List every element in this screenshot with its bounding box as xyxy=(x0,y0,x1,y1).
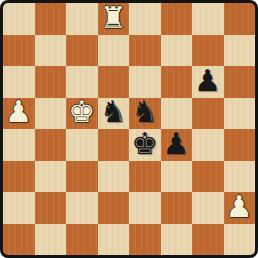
square-c8[interactable] xyxy=(66,3,98,35)
square-b6[interactable] xyxy=(35,66,67,98)
square-e2[interactable] xyxy=(129,192,161,224)
square-h3[interactable] xyxy=(224,161,256,193)
square-g5[interactable] xyxy=(192,98,224,130)
square-e3[interactable] xyxy=(129,161,161,193)
square-e6[interactable] xyxy=(129,66,161,98)
square-f2[interactable] xyxy=(161,192,193,224)
white-pawn[interactable]: ♟ xyxy=(226,192,253,222)
square-b8[interactable] xyxy=(35,3,67,35)
square-c1[interactable] xyxy=(66,224,98,256)
square-a3[interactable] xyxy=(3,161,35,193)
square-f1[interactable] xyxy=(161,224,193,256)
square-a6[interactable] xyxy=(3,66,35,98)
white-pawn[interactable]: ♟ xyxy=(5,97,32,127)
square-d2[interactable] xyxy=(98,192,130,224)
square-b2[interactable] xyxy=(35,192,67,224)
square-a8[interactable] xyxy=(3,3,35,35)
square-c3[interactable] xyxy=(66,161,98,193)
square-g3[interactable] xyxy=(192,161,224,193)
square-d6[interactable] xyxy=(98,66,130,98)
square-h2[interactable]: ♟ xyxy=(224,192,256,224)
square-f5[interactable] xyxy=(161,98,193,130)
square-d1[interactable] xyxy=(98,224,130,256)
square-e1[interactable] xyxy=(129,224,161,256)
square-a2[interactable] xyxy=(3,192,35,224)
black-knight[interactable]: ♞ xyxy=(100,97,127,127)
square-h5[interactable] xyxy=(224,98,256,130)
square-b1[interactable] xyxy=(35,224,67,256)
white-rook[interactable]: ♜ xyxy=(100,3,127,33)
square-g6[interactable]: ♟ xyxy=(192,66,224,98)
square-f6[interactable] xyxy=(161,66,193,98)
black-pawn[interactable]: ♟ xyxy=(163,129,190,159)
square-h4[interactable] xyxy=(224,129,256,161)
square-f3[interactable] xyxy=(161,161,193,193)
square-b4[interactable] xyxy=(35,129,67,161)
white-king[interactable]: ♚ xyxy=(68,97,95,127)
chess-board-frame: ♜♟♟♚♞♞♚♟♟ xyxy=(0,0,258,258)
square-c7[interactable] xyxy=(66,35,98,67)
square-a7[interactable] xyxy=(3,35,35,67)
black-pawn[interactable]: ♟ xyxy=(194,66,221,96)
square-e7[interactable] xyxy=(129,35,161,67)
square-e4[interactable]: ♚ xyxy=(129,129,161,161)
square-e5[interactable]: ♞ xyxy=(129,98,161,130)
square-d5[interactable]: ♞ xyxy=(98,98,130,130)
square-g1[interactable] xyxy=(192,224,224,256)
chess-board: ♜♟♟♚♞♞♚♟♟ xyxy=(3,3,255,255)
square-g4[interactable] xyxy=(192,129,224,161)
square-h6[interactable] xyxy=(224,66,256,98)
square-d7[interactable] xyxy=(98,35,130,67)
black-knight[interactable]: ♞ xyxy=(131,97,158,127)
square-a1[interactable] xyxy=(3,224,35,256)
square-d4[interactable] xyxy=(98,129,130,161)
square-g7[interactable] xyxy=(192,35,224,67)
square-f7[interactable] xyxy=(161,35,193,67)
square-h8[interactable] xyxy=(224,3,256,35)
square-d3[interactable] xyxy=(98,161,130,193)
square-f8[interactable] xyxy=(161,3,193,35)
square-f4[interactable]: ♟ xyxy=(161,129,193,161)
square-a4[interactable] xyxy=(3,129,35,161)
square-b3[interactable] xyxy=(35,161,67,193)
square-h7[interactable] xyxy=(224,35,256,67)
square-b5[interactable] xyxy=(35,98,67,130)
square-b7[interactable] xyxy=(35,35,67,67)
square-d8[interactable]: ♜ xyxy=(98,3,130,35)
square-g2[interactable] xyxy=(192,192,224,224)
square-e8[interactable] xyxy=(129,3,161,35)
square-c6[interactable] xyxy=(66,66,98,98)
black-king[interactable]: ♚ xyxy=(131,129,158,159)
square-c4[interactable] xyxy=(66,129,98,161)
square-c2[interactable] xyxy=(66,192,98,224)
square-a5[interactable]: ♟ xyxy=(3,98,35,130)
square-g8[interactable] xyxy=(192,3,224,35)
square-c5[interactable]: ♚ xyxy=(66,98,98,130)
square-h1[interactable] xyxy=(224,224,256,256)
